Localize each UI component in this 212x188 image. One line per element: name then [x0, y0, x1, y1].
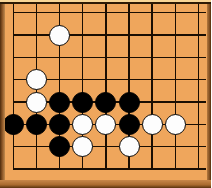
grid-line-horizontal — [13, 34, 207, 35]
stone-black[interactable] — [49, 114, 70, 135]
stone-black[interactable] — [49, 136, 70, 157]
stone-white[interactable] — [72, 114, 93, 135]
board-edge-bottom — [0, 180, 211, 188]
grid-line-horizontal — [13, 146, 207, 147]
stone-black[interactable] — [119, 92, 140, 113]
stone-black[interactable] — [119, 114, 140, 135]
stone-black[interactable] — [72, 92, 93, 113]
stone-black[interactable] — [95, 92, 116, 113]
stone-black[interactable] — [3, 114, 24, 135]
grid-line-vertical — [198, 4, 199, 170]
stone-white[interactable] — [165, 114, 186, 135]
stone-white[interactable] — [49, 25, 70, 46]
go-board — [0, 0, 211, 188]
stone-white[interactable] — [72, 136, 93, 157]
stone-black[interactable] — [26, 114, 47, 135]
grid-line-horizontal — [13, 168, 207, 169]
stone-white[interactable] — [95, 114, 116, 135]
grid-line-horizontal — [13, 57, 207, 58]
grid-line-vertical — [175, 4, 176, 170]
grid-line-vertical — [151, 4, 152, 170]
stone-white[interactable] — [26, 69, 47, 90]
board-edge-right — [207, 4, 212, 180]
grid-line-vertical — [13, 4, 14, 170]
stone-black[interactable] — [49, 92, 70, 113]
grid-line-vertical — [105, 4, 106, 170]
stone-white[interactable] — [26, 92, 47, 113]
stone-white[interactable] — [119, 136, 140, 157]
board-edge-top-line — [0, 2, 211, 4]
board-edge-left — [0, 4, 5, 180]
grid-line-horizontal — [13, 12, 207, 13]
stone-white[interactable] — [142, 114, 163, 135]
